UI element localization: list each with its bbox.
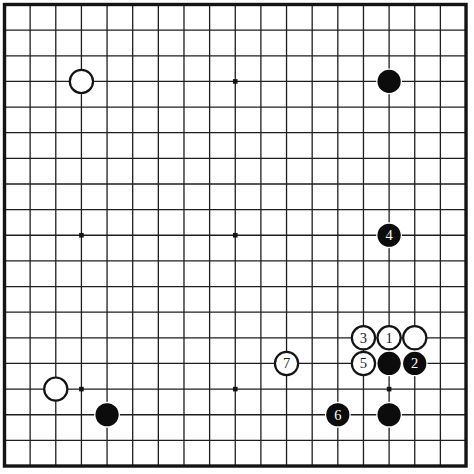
move-number-label: 1 xyxy=(385,330,392,346)
star-point xyxy=(79,233,84,238)
stone-black xyxy=(378,403,401,426)
stone-white xyxy=(403,326,426,349)
go-diagram: 4317526 xyxy=(0,0,474,474)
star-point xyxy=(233,387,238,392)
star-point xyxy=(233,79,238,84)
move-number-label: 6 xyxy=(334,407,341,423)
star-point xyxy=(79,387,84,392)
move-number-label: 2 xyxy=(411,355,418,371)
star-point xyxy=(387,387,392,392)
stone-white xyxy=(44,378,67,401)
move-number-label: 4 xyxy=(385,227,393,243)
move-number-label: 7 xyxy=(283,355,290,371)
stone-black xyxy=(378,352,401,375)
move-number-label: 5 xyxy=(360,355,367,371)
stone-black xyxy=(95,403,118,426)
stone-white xyxy=(70,70,93,93)
star-point xyxy=(233,233,238,238)
go-board: 4317526 xyxy=(0,0,474,474)
stone-black xyxy=(378,70,401,93)
move-number-label: 3 xyxy=(360,330,367,346)
